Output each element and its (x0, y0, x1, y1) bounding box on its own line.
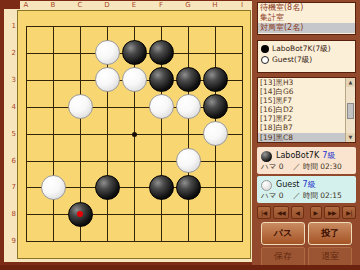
col-label-E: E (127, 1, 141, 10)
stone-black-D7 (95, 175, 120, 200)
black-stone-icon (261, 45, 269, 53)
last-move-marker (77, 211, 83, 217)
star-point-E5 (132, 132, 137, 137)
room-item-0[interactable]: 待機室(8名) (258, 3, 355, 13)
stone-white-G4 (176, 94, 201, 119)
sidebar: 待機室(8名) 集計室 対局室(2名) LaboBot7K(7級) Guest(… (252, 0, 360, 270)
move-item-2[interactable]: [15]黒F7 (258, 96, 347, 105)
stone-black-H3 (203, 67, 228, 92)
captures-label: ハマ 0 (261, 191, 284, 201)
grid-line (188, 26, 189, 242)
player-card-white: Guest7級 ハマ 0 ／ 時間 02:15 (257, 176, 356, 203)
move-item-5[interactable]: [18]白B7 (258, 123, 347, 132)
stone-black-G3 (176, 67, 201, 92)
col-label-C: C (73, 1, 87, 10)
stone-white-B7 (41, 175, 66, 200)
player-name: LaboBot7K7級 (276, 150, 335, 161)
stone-black-E2 (122, 40, 147, 65)
stone-white-C4 (68, 94, 93, 119)
move-item-6[interactable]: [19]黒C8 (258, 133, 347, 142)
stone-black-G7 (176, 175, 201, 200)
col-label-I: I (235, 1, 249, 10)
captures-value: 0 (279, 191, 284, 200)
clock-label: ／ 時間 02:15 (293, 191, 342, 201)
row-label-8: 8 (7, 209, 16, 219)
pass-button[interactable]: パス (261, 222, 305, 245)
stone-white-H5 (203, 121, 228, 146)
grid-line (242, 26, 243, 242)
nav-spacer (306, 206, 308, 219)
frame-corner (0, 0, 20, 9)
clock-label: ／ 時間 02:30 (293, 162, 342, 172)
player-rank: 7級 (322, 151, 335, 160)
stone-white-F4 (149, 94, 174, 119)
col-label-D: D (100, 1, 114, 10)
stone-white-G6 (176, 148, 201, 173)
nav-last-button[interactable]: ▶| (342, 206, 356, 219)
player-item-1[interactable]: Guest(7級) (258, 54, 355, 65)
stone-white-D3 (95, 67, 120, 92)
col-label-B: B (46, 1, 60, 10)
col-label-G: G (181, 1, 195, 10)
move-item-1[interactable]: [14]白G6 (258, 87, 347, 96)
scrollbar-thumb[interactable] (347, 103, 354, 119)
move-item-0[interactable]: [13]黒H3 (258, 78, 347, 87)
player-name: Guest7級 (276, 179, 316, 190)
stone-white-E3 (122, 67, 147, 92)
row-label-6: 6 (7, 156, 16, 166)
scroll-down-icon[interactable]: ▼ (346, 133, 355, 142)
white-stone-icon (261, 180, 272, 191)
resign-button[interactable]: 投了 (308, 222, 352, 245)
row-label-1: 1 (7, 21, 16, 31)
col-label-H: H (208, 1, 222, 10)
player-list: LaboBot7K(7級) Guest(7級) (257, 40, 356, 73)
nav-fast-forward-button[interactable]: ▶▶ (324, 206, 340, 219)
move-navigation: |◀ ◀◀ ◀ ▶ ▶▶ ▶| (257, 206, 356, 219)
nav-first-button[interactable]: |◀ (257, 206, 271, 219)
player-rank: 7級 (303, 180, 316, 189)
white-stone-icon (261, 56, 269, 64)
scroll-up-icon[interactable]: ▲ (346, 78, 355, 87)
row-label-5: 5 (7, 129, 16, 139)
row-label-7: 7 (7, 182, 16, 192)
stone-black-C8 (68, 202, 93, 227)
grid-line (26, 214, 243, 215)
clock-value: 02:30 (320, 162, 342, 171)
player-item-label: LaboBot7K(7級) (272, 44, 331, 54)
move-list-scrollbar[interactable]: ▲ ▼ (345, 78, 355, 142)
player-card-black: LaboBot7K7級 ハマ 0 ／ 時間 02:30 (257, 147, 356, 174)
col-label-A: A (19, 1, 33, 10)
player-item-0[interactable]: LaboBot7K(7級) (258, 43, 355, 54)
nav-back-button[interactable]: ◀ (291, 206, 303, 219)
col-label-F: F (154, 1, 168, 10)
move-item-4[interactable]: [17]黒F2 (258, 114, 347, 123)
room-item-1[interactable]: 集計室 (258, 13, 355, 23)
move-list: [13]黒H3 [14]白G6 [15]黒F7 [16]白D2 [17]黒F2 … (257, 77, 356, 143)
stone-black-F3 (149, 67, 174, 92)
row-label-3: 3 (7, 75, 16, 85)
captures-label: ハマ 0 (261, 162, 284, 172)
board-panel: ABCDEFGHI 123456789 (4, 1, 252, 262)
row-label-2: 2 (7, 48, 16, 58)
go-board[interactable] (17, 10, 251, 259)
clock-value: 02:15 (320, 191, 342, 200)
grid-line (26, 161, 243, 162)
leave-room-button[interactable]: 退室 (308, 247, 352, 266)
room-list: 待機室(8名) 集計室 対局室(2名) (257, 2, 356, 35)
window-frame-bottom (0, 265, 360, 270)
black-stone-icon (261, 151, 272, 162)
row-label-4: 4 (7, 102, 16, 112)
captures-value: 0 (279, 162, 284, 171)
stone-black-F7 (149, 175, 174, 200)
move-item-3[interactable]: [16]白D2 (258, 105, 347, 114)
room-item-2[interactable]: 対局室(2名) (258, 23, 355, 33)
grid-line (26, 241, 243, 242)
stone-black-H4 (203, 94, 228, 119)
row-label-9: 9 (7, 236, 16, 246)
go-app-window: ABCDEFGHI 123456789 待機室(8名) 集計室 対局室(2名) … (0, 0, 360, 270)
nav-fast-back-button[interactable]: ◀◀ (273, 206, 289, 219)
stone-black-F2 (149, 40, 174, 65)
stone-white-D2 (95, 40, 120, 65)
player-item-label: Guest(7級) (272, 55, 312, 65)
save-button[interactable]: 保存 (261, 247, 305, 266)
nav-forward-button[interactable]: ▶ (310, 206, 322, 219)
